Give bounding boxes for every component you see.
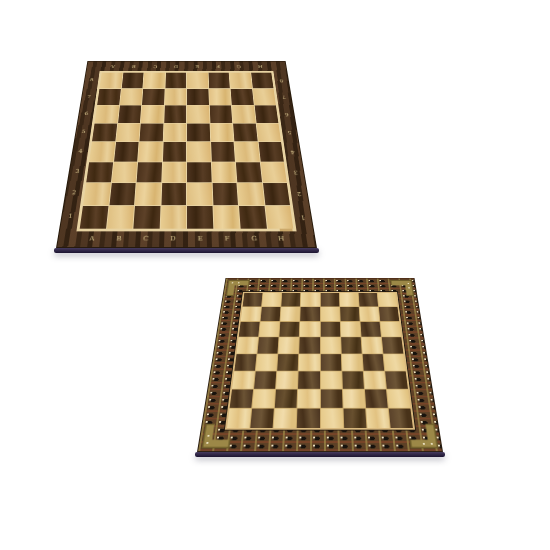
square: [359, 307, 379, 321]
square: [276, 371, 298, 388]
square: [230, 389, 254, 407]
square: [383, 354, 405, 371]
square: [187, 73, 208, 88]
square: [320, 354, 341, 371]
rank-label: 4: [284, 142, 302, 162]
square: [234, 142, 259, 161]
square: [365, 389, 388, 407]
square: [320, 293, 339, 307]
square: [341, 338, 362, 354]
square: [297, 409, 319, 428]
square: [187, 162, 211, 182]
square: [211, 162, 236, 182]
square: [211, 142, 235, 161]
square: [379, 307, 399, 321]
square: [385, 371, 408, 388]
square: [164, 105, 186, 122]
square: [382, 338, 404, 354]
square: [320, 371, 341, 388]
square: [232, 371, 255, 388]
square: [389, 409, 413, 428]
file-label: E: [187, 64, 208, 68]
square: [95, 105, 119, 122]
square: [164, 89, 186, 105]
square: [142, 89, 164, 105]
square: [281, 307, 301, 321]
file-label: H: [249, 64, 270, 68]
square: [187, 183, 212, 205]
square: [141, 105, 164, 122]
square: [187, 105, 209, 122]
square: [233, 123, 257, 141]
mosaic-chessboard: [197, 278, 443, 452]
square: [282, 293, 301, 307]
file-label: B: [123, 64, 144, 68]
file-label: D: [165, 64, 186, 68]
square: [254, 105, 278, 122]
square: [83, 183, 110, 205]
square: [250, 409, 274, 428]
square: [80, 206, 108, 229]
square: [260, 162, 286, 182]
square: [361, 338, 382, 354]
square: [275, 389, 297, 407]
square: [280, 322, 300, 337]
square: [187, 123, 210, 141]
rank-label: 8: [274, 73, 290, 89]
square: [135, 183, 161, 205]
square: [231, 89, 254, 105]
square: [133, 206, 160, 229]
square: [339, 293, 358, 307]
file-labels-top: ABCDEFGH: [102, 62, 271, 71]
square: [209, 89, 231, 105]
square: [161, 183, 186, 205]
square: [362, 354, 384, 371]
square: [116, 123, 140, 141]
square: [111, 162, 137, 182]
square: [320, 338, 340, 354]
square: [187, 89, 209, 105]
square: [212, 183, 238, 205]
square: [89, 142, 115, 161]
square: [387, 389, 411, 407]
square: [298, 371, 319, 388]
square: [274, 409, 297, 428]
file-label: C: [144, 64, 165, 68]
square: [209, 105, 232, 122]
square: [232, 105, 255, 122]
square: [234, 354, 256, 371]
file-label: C: [132, 236, 159, 242]
square: [341, 354, 362, 371]
square: [277, 354, 298, 371]
square: [86, 162, 112, 182]
square: [320, 322, 340, 337]
square: [320, 409, 342, 428]
square: [162, 162, 186, 182]
file-label: F: [207, 64, 228, 68]
square: [258, 338, 279, 354]
square: [229, 73, 251, 88]
square: [298, 389, 320, 407]
square: [139, 123, 163, 141]
file-label: A: [78, 236, 106, 242]
mosaic-playing-field: [225, 292, 415, 430]
square: [377, 293, 397, 307]
square: [300, 307, 319, 321]
square: [262, 293, 282, 307]
square: [300, 322, 320, 337]
square: [237, 183, 264, 205]
square: [160, 206, 186, 229]
square: [241, 307, 261, 321]
square: [258, 142, 284, 161]
square: [252, 89, 275, 105]
square: [138, 142, 162, 161]
square: [358, 293, 378, 307]
square: [109, 183, 136, 205]
square: [236, 162, 262, 182]
square: [210, 123, 234, 141]
square: [363, 371, 385, 388]
square: [187, 142, 211, 161]
square: [208, 73, 230, 88]
rank-label: 7: [276, 89, 292, 106]
square: [299, 338, 319, 354]
square: [121, 73, 143, 88]
square: [340, 322, 360, 337]
square: [279, 338, 300, 354]
square: [343, 409, 366, 428]
square: [120, 89, 143, 105]
square: [165, 73, 186, 88]
square: [343, 389, 365, 407]
rank-label: 3: [286, 162, 305, 183]
square: [259, 322, 280, 337]
square: [301, 293, 320, 307]
mosaic-board-side-edge: [195, 452, 445, 457]
file-label: B: [105, 236, 133, 242]
square: [340, 307, 360, 321]
square: [254, 371, 276, 388]
square: [360, 322, 381, 337]
square: [237, 338, 259, 354]
square: [239, 322, 260, 337]
square: [320, 389, 342, 407]
square: [100, 73, 123, 88]
square: [256, 123, 281, 141]
square: [251, 73, 274, 88]
square: [163, 123, 186, 141]
square: [261, 307, 281, 321]
rank-label: 6: [278, 105, 295, 123]
file-label: D: [159, 236, 186, 242]
square: [252, 389, 275, 407]
square: [380, 322, 401, 337]
square: [137, 162, 162, 182]
square: [92, 123, 117, 141]
product-photo: ABCDEFGH ABCDEFGH 87654321 87654321: [0, 0, 550, 550]
square: [227, 409, 251, 428]
square: [366, 409, 390, 428]
square: [342, 371, 364, 388]
square: [256, 354, 278, 371]
mosaic-grid: [227, 293, 413, 428]
square: [114, 142, 139, 161]
square: [118, 105, 141, 122]
file-label: A: [102, 64, 123, 68]
square: [263, 183, 290, 205]
square: [97, 89, 120, 105]
square: [143, 73, 165, 88]
square: [320, 307, 339, 321]
file-label: G: [228, 64, 249, 68]
rank-label: 5: [281, 123, 298, 142]
mosaic-board-scene: [197, 206, 443, 452]
square: [243, 293, 263, 307]
square: [299, 354, 320, 371]
square: [107, 206, 134, 229]
square: [163, 142, 187, 161]
